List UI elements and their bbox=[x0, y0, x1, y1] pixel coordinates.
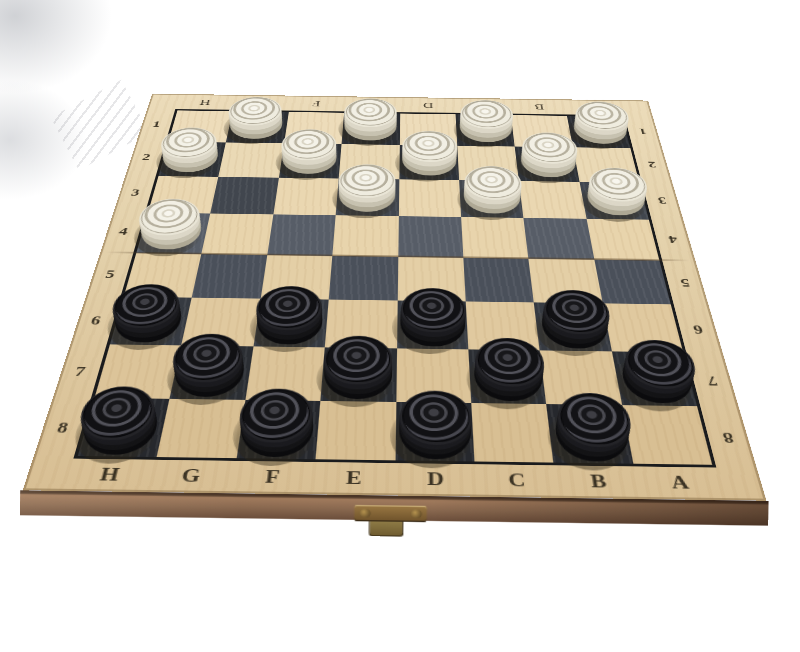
square-f1[interactable] bbox=[284, 112, 344, 144]
square-b1[interactable] bbox=[511, 115, 573, 147]
file-label-top-e: E bbox=[344, 99, 400, 111]
square-d3[interactable] bbox=[398, 179, 461, 217]
square-c5[interactable] bbox=[463, 257, 534, 302]
square-h1[interactable] bbox=[168, 110, 233, 142]
file-label-top-d: D bbox=[400, 99, 456, 111]
file-label-top-c: C bbox=[455, 100, 512, 112]
black-piece-f8[interactable] bbox=[238, 404, 315, 459]
camera-tilt: HGFEDCBA HGFEDCBA 12345678 12345678 bbox=[0, 0, 800, 652]
square-e8[interactable] bbox=[316, 401, 396, 461]
square-c3[interactable] bbox=[459, 180, 524, 218]
square-a4[interactable] bbox=[586, 219, 659, 260]
file-label-bottom-c: C bbox=[475, 465, 559, 494]
square-d4[interactable] bbox=[398, 216, 463, 257]
board-plane: HGFEDCBA HGFEDCBA 12345678 12345678 bbox=[23, 94, 767, 501]
file-label-top-g: G bbox=[232, 97, 290, 109]
square-g3[interactable] bbox=[211, 177, 279, 215]
square-g5[interactable] bbox=[192, 254, 267, 299]
square-b2[interactable] bbox=[515, 147, 579, 182]
square-c4[interactable] bbox=[461, 217, 529, 258]
black-piece-b6[interactable] bbox=[539, 305, 610, 350]
file-label-top-f: F bbox=[288, 98, 345, 110]
file-label-top-h: H bbox=[176, 96, 235, 108]
file-label-bottom-g: G bbox=[147, 461, 234, 490]
file-label-bottom-a: A bbox=[636, 468, 724, 498]
square-a8[interactable] bbox=[622, 405, 713, 465]
square-a3[interactable] bbox=[579, 182, 649, 220]
square-a1[interactable] bbox=[567, 116, 631, 148]
black-piece-f6[interactable] bbox=[255, 301, 325, 346]
square-c2[interactable] bbox=[457, 146, 519, 181]
black-piece-e7[interactable] bbox=[323, 351, 393, 401]
brass-clasp bbox=[354, 505, 427, 522]
square-c8[interactable] bbox=[471, 403, 553, 463]
file-label-bottom-h: H bbox=[65, 460, 154, 489]
square-b3[interactable] bbox=[519, 181, 586, 219]
square-g1[interactable] bbox=[226, 111, 289, 143]
square-e3[interactable] bbox=[336, 178, 399, 216]
square-a2[interactable] bbox=[573, 148, 640, 183]
black-piece-a7[interactable] bbox=[618, 355, 697, 405]
square-e1[interactable] bbox=[342, 113, 400, 145]
square-c1[interactable] bbox=[455, 114, 514, 146]
square-b4[interactable] bbox=[524, 218, 594, 259]
black-piece-c7[interactable] bbox=[473, 353, 545, 403]
square-h2[interactable] bbox=[159, 142, 227, 177]
brass-clasp-tab bbox=[368, 521, 403, 536]
file-label-top-b: B bbox=[511, 101, 568, 113]
file-label-bottom-e: E bbox=[312, 463, 395, 492]
photo-scene: HGFEDCBA HGFEDCBA 12345678 12345678 bbox=[0, 0, 800, 652]
square-d2[interactable] bbox=[399, 145, 459, 180]
square-f4[interactable] bbox=[267, 214, 336, 255]
black-piece-g7[interactable] bbox=[171, 349, 248, 399]
square-a5[interactable] bbox=[594, 259, 671, 304]
black-piece-b8[interactable] bbox=[552, 408, 632, 463]
square-g8[interactable] bbox=[157, 399, 245, 459]
square-e2[interactable] bbox=[339, 144, 400, 179]
square-g4[interactable] bbox=[202, 214, 273, 255]
file-label-top-a: A bbox=[566, 102, 624, 114]
square-d1[interactable] bbox=[399, 114, 457, 146]
square-f3[interactable] bbox=[273, 178, 339, 216]
file-label-bottom-d: D bbox=[395, 464, 477, 493]
square-h3[interactable] bbox=[148, 176, 219, 214]
rank-label-right-4: 4 bbox=[654, 219, 694, 260]
square-f2[interactable] bbox=[279, 143, 342, 178]
file-label-bottom-f: F bbox=[230, 462, 315, 491]
black-piece-d8[interactable] bbox=[399, 406, 472, 461]
black-piece-d6[interactable] bbox=[400, 303, 466, 348]
square-e5[interactable] bbox=[329, 256, 398, 301]
square-g2[interactable] bbox=[219, 143, 284, 178]
square-e4[interactable] bbox=[332, 215, 398, 256]
